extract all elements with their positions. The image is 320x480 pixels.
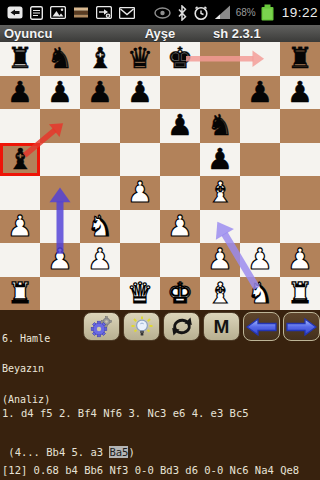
square-f7[interactable] xyxy=(200,76,240,110)
square-g4[interactable] xyxy=(240,176,280,210)
square-a8[interactable]: ♜ xyxy=(0,42,40,76)
square-a5[interactable]: ♝ xyxy=(0,143,40,177)
white-rook: ♜ xyxy=(280,277,320,311)
back-box-icon xyxy=(7,6,23,19)
square-h7[interactable]: ♟ xyxy=(280,76,320,110)
black-pawn: ♟ xyxy=(160,109,200,143)
square-f2[interactable]: ♟ xyxy=(200,243,240,277)
square-h3[interactable] xyxy=(280,210,320,244)
prev-move-button[interactable] xyxy=(243,312,280,341)
square-g8[interactable] xyxy=(240,42,280,76)
square-e4[interactable] xyxy=(160,176,200,210)
black-knight: ♞ xyxy=(40,42,80,76)
square-d3[interactable] xyxy=(120,210,160,244)
square-c6[interactable] xyxy=(80,109,120,143)
screenshot-icon xyxy=(73,6,89,19)
gear-icon xyxy=(89,315,114,339)
square-a3[interactable]: ♟ xyxy=(0,210,40,244)
square-c2[interactable]: ♟ xyxy=(80,243,120,277)
signal-icon xyxy=(214,5,231,20)
square-h8[interactable]: ♜ xyxy=(280,42,320,76)
black-bishop: ♝ xyxy=(80,42,120,76)
square-c5[interactable] xyxy=(80,143,120,177)
white-bishop: ♝ xyxy=(200,277,240,311)
arrow-left-icon xyxy=(246,317,277,337)
white-pawn: ♟ xyxy=(120,176,160,210)
square-c4[interactable] xyxy=(80,176,120,210)
square-f8[interactable] xyxy=(200,42,240,76)
square-d4[interactable]: ♟ xyxy=(120,176,160,210)
move-list-line1[interactable]: 1. d4 f5 2. Bf4 Nf6 3. Nc3 e6 4. e3 Bc5 xyxy=(2,407,249,420)
square-d2[interactable] xyxy=(120,243,160,277)
square-f3[interactable] xyxy=(200,210,240,244)
square-a2[interactable] xyxy=(0,243,40,277)
gallery-icon xyxy=(50,6,66,19)
engine-pv-line1: [12] 0.68 b4 Bb6 Nf3 0-0 Bd3 d6 0-0 Nc6 … xyxy=(2,464,299,476)
clock-label: 19:22 xyxy=(282,5,318,20)
move-number-label: 6. Hamle xyxy=(2,334,50,344)
square-a7[interactable]: ♟ xyxy=(0,76,40,110)
square-d8[interactable]: ♛ xyxy=(120,42,160,76)
white-rook: ♜ xyxy=(0,277,40,311)
player-black-name: Ayşe xyxy=(145,25,176,42)
eye-icon xyxy=(154,7,171,19)
droidfish-app-screen: 68% 19:22 Oyuncu Ayşe sh 2.3.1 ♜♞♝♛♚♜♟♟♟… xyxy=(0,0,320,480)
black-rook: ♜ xyxy=(0,42,40,76)
gmail-icon xyxy=(119,7,135,19)
square-g3[interactable] xyxy=(240,210,280,244)
hint-button[interactable] xyxy=(123,312,160,341)
square-f5[interactable]: ♟ xyxy=(200,143,240,177)
arrow-right-icon xyxy=(286,317,317,337)
engine-name-label[interactable]: sh 2.3.1 xyxy=(213,25,261,42)
black-pawn: ♟ xyxy=(80,76,120,110)
battery-icon xyxy=(261,4,274,21)
white-king: ♚ xyxy=(160,277,200,311)
square-e2[interactable] xyxy=(160,243,200,277)
white-knight: ♞ xyxy=(80,210,120,244)
square-b5[interactable] xyxy=(40,143,80,177)
mode-button-label: M xyxy=(214,316,230,338)
white-pawn: ♟ xyxy=(160,210,200,244)
bluetooth-icon xyxy=(176,5,188,21)
black-pawn: ♟ xyxy=(0,76,40,110)
white-pawn: ♟ xyxy=(280,243,320,277)
white-pawn: ♟ xyxy=(0,210,40,244)
battery-percent-label: 68% xyxy=(236,7,256,18)
info-panel: 6. Hamle Beyazın (Analiz) xyxy=(0,310,320,480)
lightbulb-icon xyxy=(130,316,154,338)
black-pawn: ♟ xyxy=(120,76,160,110)
square-h1[interactable]: ♜ xyxy=(280,277,320,311)
next-move-button[interactable] xyxy=(283,312,320,341)
square-g6[interactable] xyxy=(240,109,280,143)
square-a4[interactable] xyxy=(0,176,40,210)
square-h4[interactable] xyxy=(280,176,320,210)
refresh-icon xyxy=(169,316,195,337)
engine-output[interactable]: [12] 0.68 b4 Bb6 Nf3 0-0 Bd3 d6 0-0 Nc6 … xyxy=(2,439,299,480)
square-b8[interactable]: ♞ xyxy=(40,42,80,76)
square-h5[interactable] xyxy=(280,143,320,177)
black-king: ♚ xyxy=(160,42,200,76)
message-sent-icon xyxy=(96,6,112,19)
alarm-icon xyxy=(193,5,209,21)
black-pawn: ♟ xyxy=(200,143,240,177)
android-status-bar[interactable]: 68% 19:22 xyxy=(0,0,320,25)
square-b4[interactable] xyxy=(40,176,80,210)
square-b7[interactable]: ♟ xyxy=(40,76,80,110)
square-b1[interactable] xyxy=(40,277,80,311)
square-d1[interactable]: ♛ xyxy=(120,277,160,311)
square-g7[interactable]: ♟ xyxy=(240,76,280,110)
black-queen: ♛ xyxy=(120,42,160,76)
square-a1[interactable]: ♜ xyxy=(0,277,40,311)
analysis-refresh-button[interactable] xyxy=(163,312,200,341)
mode-button[interactable]: M xyxy=(203,312,240,341)
black-knight: ♞ xyxy=(200,109,240,143)
side-to-move-label: Beyazın xyxy=(2,364,50,374)
square-h6[interactable] xyxy=(280,109,320,143)
notification-icons xyxy=(7,6,135,20)
system-status-icons: 68% 19:22 xyxy=(154,4,318,21)
square-b2[interactable]: ♟ xyxy=(40,243,80,277)
toolbar: M xyxy=(83,312,320,341)
board-grid[interactable]: ♜♞♝♛♚♜♟♟♟♟♟♟♟♞♝♟♟♝♟♞♟♟♟♟♟♟♜♛♚♝♞♜ xyxy=(0,42,320,310)
white-pawn: ♟ xyxy=(80,243,120,277)
player-white-label: Oyuncu xyxy=(4,25,52,42)
square-c7[interactable]: ♟ xyxy=(80,76,120,110)
square-e7[interactable] xyxy=(160,76,200,110)
white-queen: ♛ xyxy=(120,277,160,311)
square-e8[interactable]: ♚ xyxy=(160,42,200,76)
square-a6[interactable] xyxy=(0,109,40,143)
square-e3[interactable]: ♟ xyxy=(160,210,200,244)
square-c3[interactable]: ♞ xyxy=(80,210,120,244)
square-d6[interactable] xyxy=(120,109,160,143)
square-c1[interactable] xyxy=(80,277,120,311)
square-b3[interactable] xyxy=(40,210,80,244)
app-title-bar: Oyuncu Ayşe sh 2.3.1 xyxy=(0,25,320,42)
white-pawn: ♟ xyxy=(240,243,280,277)
square-d5[interactable] xyxy=(120,143,160,177)
square-f6[interactable]: ♞ xyxy=(200,109,240,143)
square-g1[interactable]: ♞ xyxy=(240,277,280,311)
chess-board[interactable]: ♜♞♝♛♚♜♟♟♟♟♟♟♟♞♝♟♟♝♟♞♟♟♟♟♟♟♜♛♚♝♞♜ xyxy=(0,42,320,310)
square-f1[interactable]: ♝ xyxy=(200,277,240,311)
black-rook: ♜ xyxy=(280,42,320,76)
square-e6[interactable]: ♟ xyxy=(160,109,200,143)
square-h2[interactable]: ♟ xyxy=(280,243,320,277)
square-f4[interactable]: ♝ xyxy=(200,176,240,210)
settings-button[interactable] xyxy=(83,312,120,341)
white-pawn: ♟ xyxy=(40,243,80,277)
white-pawn: ♟ xyxy=(200,243,240,277)
square-b6[interactable] xyxy=(40,109,80,143)
memo-icon xyxy=(30,6,43,20)
square-e1[interactable]: ♚ xyxy=(160,277,200,311)
white-knight: ♞ xyxy=(240,277,280,311)
black-bishop: ♝ xyxy=(0,143,40,177)
black-pawn: ♟ xyxy=(40,76,80,110)
square-e5[interactable] xyxy=(160,143,200,177)
black-pawn: ♟ xyxy=(280,76,320,110)
square-d7[interactable]: ♟ xyxy=(120,76,160,110)
square-c8[interactable]: ♝ xyxy=(80,42,120,76)
white-bishop: ♝ xyxy=(200,176,240,210)
black-pawn: ♟ xyxy=(240,76,280,110)
square-g2[interactable]: ♟ xyxy=(240,243,280,277)
square-g5[interactable] xyxy=(240,143,280,177)
